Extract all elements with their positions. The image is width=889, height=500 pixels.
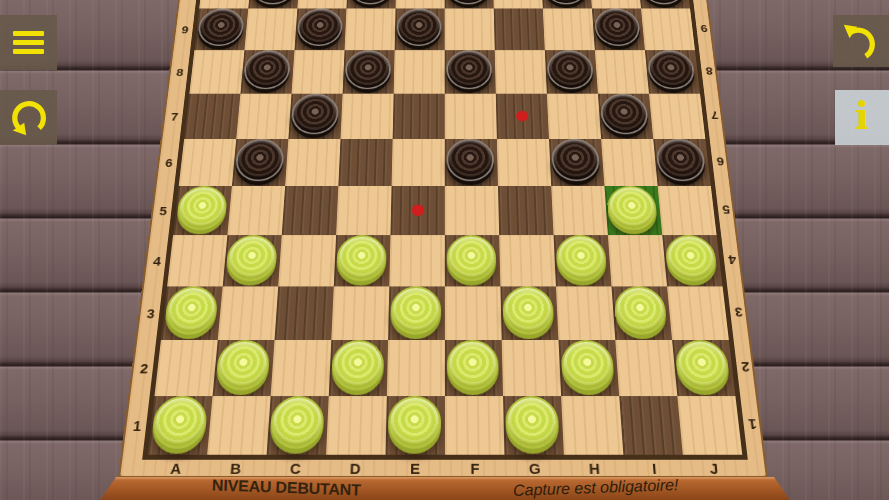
coordinate-label: D <box>325 458 385 478</box>
dark-piece-f10[interactable] <box>446 0 490 4</box>
dark-piece-c9[interactable] <box>296 8 343 45</box>
square-i9[interactable] <box>592 8 645 50</box>
square-g3[interactable] <box>500 286 558 340</box>
square-h8[interactable] <box>545 50 598 93</box>
yellow-piece-g1[interactable] <box>505 396 560 449</box>
dark-piece-a9[interactable] <box>197 8 245 45</box>
square-f2[interactable] <box>445 340 503 396</box>
square-c5[interactable] <box>282 186 339 235</box>
square-a9[interactable] <box>194 8 248 50</box>
square-d7[interactable] <box>340 94 393 139</box>
yellow-piece-h4[interactable] <box>555 235 607 281</box>
square-g2[interactable] <box>502 340 561 396</box>
menu-button[interactable] <box>0 15 57 70</box>
yellow-piece-a1[interactable] <box>150 396 208 449</box>
square-a7[interactable] <box>184 94 240 139</box>
square-d4[interactable] <box>334 235 391 286</box>
square-j8[interactable] <box>645 50 700 93</box>
square-g5[interactable] <box>498 186 554 235</box>
square-e8[interactable] <box>394 50 445 93</box>
square-i7[interactable] <box>598 94 653 139</box>
square-c6[interactable] <box>285 139 340 186</box>
square-f8[interactable] <box>445 50 496 93</box>
dark-piece-f8[interactable] <box>446 50 492 89</box>
dark-piece-c7[interactable] <box>290 94 339 135</box>
dark-piece-d8[interactable] <box>344 50 391 89</box>
square-b5[interactable] <box>227 186 285 235</box>
square-h5[interactable] <box>551 186 608 235</box>
square-i10[interactable] <box>589 0 641 8</box>
yellow-piece-e3[interactable] <box>390 286 441 334</box>
info-icon: i <box>855 97 869 135</box>
dark-piece-j8[interactable] <box>647 50 697 89</box>
board-scene: ABCDEFGHIJ ABCDEFGHIJ 10987654321 109876… <box>118 0 768 478</box>
square-d3[interactable] <box>331 286 389 340</box>
square-f10[interactable] <box>445 0 494 8</box>
dark-piece-d10[interactable] <box>348 0 393 4</box>
yellow-piece-d4[interactable] <box>336 235 387 281</box>
square-i1[interactable] <box>619 396 683 455</box>
coordinate-label: I <box>624 458 685 478</box>
square-h10[interactable] <box>541 0 592 8</box>
square-e10[interactable] <box>396 0 445 8</box>
square-c8[interactable] <box>291 50 344 93</box>
square-j9[interactable] <box>641 8 695 50</box>
square-h4[interactable] <box>554 235 612 286</box>
square-b7[interactable] <box>236 94 291 139</box>
square-j6[interactable] <box>653 139 711 186</box>
square-j10[interactable] <box>637 0 690 8</box>
square-e6[interactable] <box>392 139 445 186</box>
square-h9[interactable] <box>543 8 595 50</box>
square-c2[interactable] <box>271 340 332 396</box>
coordinate-label: J <box>683 458 745 478</box>
square-f4[interactable] <box>445 235 501 286</box>
square-i3[interactable] <box>611 286 672 340</box>
yellow-piece-j2[interactable] <box>674 340 731 390</box>
square-b6[interactable] <box>232 139 288 186</box>
square-i8[interactable] <box>595 50 649 93</box>
square-b10[interactable] <box>248 0 300 8</box>
yellow-piece-i3[interactable] <box>613 286 667 334</box>
square-g7[interactable] <box>496 94 549 139</box>
square-g8[interactable] <box>495 50 547 93</box>
square-i2[interactable] <box>615 340 677 396</box>
square-a5[interactable] <box>173 186 232 235</box>
square-b1[interactable] <box>207 396 271 455</box>
square-b9[interactable] <box>244 8 297 50</box>
dark-piece-h6[interactable] <box>551 139 601 181</box>
square-f5[interactable] <box>445 186 499 235</box>
square-f3[interactable] <box>445 286 502 340</box>
yellow-piece-d2[interactable] <box>331 340 384 390</box>
yellow-piece-a5[interactable] <box>175 186 228 230</box>
square-j4[interactable] <box>662 235 722 286</box>
dark-piece-e9[interactable] <box>396 8 441 45</box>
square-h6[interactable] <box>549 139 604 186</box>
dark-piece-i7[interactable] <box>600 94 650 135</box>
coordinate-label: E <box>385 458 445 478</box>
square-b8[interactable] <box>240 50 294 93</box>
restart-icon <box>8 97 50 139</box>
info-button[interactable]: i <box>835 90 889 145</box>
capture-warning-label: Capture est obligatoire! <box>512 476 678 500</box>
square-i4[interactable] <box>608 235 667 286</box>
square-d8[interactable] <box>343 50 395 93</box>
square-i5[interactable] <box>604 186 662 235</box>
square-d10[interactable] <box>346 0 396 8</box>
square-e5[interactable] <box>390 186 444 235</box>
square-h3[interactable] <box>556 286 615 340</box>
yellow-piece-f2[interactable] <box>447 340 499 390</box>
square-d1[interactable] <box>326 396 387 455</box>
yellow-piece-i5[interactable] <box>606 186 658 230</box>
square-h1[interactable] <box>561 396 623 455</box>
square-g6[interactable] <box>497 139 551 186</box>
square-b4[interactable] <box>223 235 282 286</box>
yellow-piece-g3[interactable] <box>502 286 554 334</box>
square-j2[interactable] <box>672 340 735 396</box>
square-f7[interactable] <box>445 94 497 139</box>
yellow-piece-a3[interactable] <box>163 286 219 334</box>
square-c10[interactable] <box>297 0 348 8</box>
coordinate-label: F <box>445 458 505 478</box>
move-hint-dot-g7[interactable] <box>516 111 528 122</box>
square-a10[interactable] <box>199 0 252 8</box>
move-hint-dot-e5[interactable] <box>412 205 425 216</box>
square-a4[interactable] <box>167 235 227 286</box>
square-d2[interactable] <box>329 340 388 396</box>
hamburger-menu-icon <box>13 31 44 54</box>
square-d5[interactable] <box>336 186 391 235</box>
coordinate-label: A <box>145 458 207 478</box>
dark-piece-b8[interactable] <box>243 50 292 89</box>
square-e4[interactable] <box>389 235 445 286</box>
undo-arrow-icon <box>840 20 882 62</box>
restart-button[interactable] <box>0 90 57 145</box>
square-a6[interactable] <box>179 139 237 186</box>
square-f1[interactable] <box>445 396 505 455</box>
square-j3[interactable] <box>667 286 729 340</box>
yellow-piece-f4[interactable] <box>447 235 497 281</box>
square-b3[interactable] <box>218 286 278 340</box>
square-h7[interactable] <box>547 94 601 139</box>
square-c3[interactable] <box>275 286 334 340</box>
square-j1[interactable] <box>677 396 742 455</box>
coordinate-label: C <box>265 458 326 478</box>
dark-piece-h10[interactable] <box>543 0 589 4</box>
square-b2[interactable] <box>213 340 275 396</box>
square-d9[interactable] <box>345 8 396 50</box>
dark-piece-i9[interactable] <box>594 8 642 45</box>
square-g1[interactable] <box>503 396 564 455</box>
board-front-panel: NIVEAU DEBUTANT Capture est obligatoire! <box>100 477 790 500</box>
yellow-piece-c1[interactable] <box>269 396 325 449</box>
dark-piece-h8[interactable] <box>546 50 594 89</box>
board-grid <box>142 0 748 460</box>
square-c4[interactable] <box>278 235 336 286</box>
square-d6[interactable] <box>338 139 392 186</box>
dark-piece-b6[interactable] <box>234 139 285 181</box>
square-j5[interactable] <box>658 186 717 235</box>
square-g9[interactable] <box>494 8 545 50</box>
dark-piece-j6[interactable] <box>655 139 707 181</box>
yellow-piece-h2[interactable] <box>560 340 615 390</box>
square-a1[interactable] <box>148 396 213 455</box>
dark-piece-b10[interactable] <box>250 0 297 4</box>
square-f9[interactable] <box>445 8 495 50</box>
undo-button[interactable] <box>833 15 889 67</box>
square-e7[interactable] <box>393 94 445 139</box>
square-e3[interactable] <box>388 286 445 340</box>
square-f6[interactable] <box>445 139 498 186</box>
square-a2[interactable] <box>154 340 217 396</box>
square-e1[interactable] <box>386 396 445 455</box>
square-h2[interactable] <box>558 340 619 396</box>
square-e2[interactable] <box>387 340 445 396</box>
coordinate-label: H <box>564 458 625 478</box>
file-labels-bottom: ABCDEFGHIJ <box>145 458 745 478</box>
coordinate-label: B <box>205 458 266 478</box>
square-g10[interactable] <box>493 0 543 8</box>
level-label: NIVEAU DEBUTANT <box>212 476 361 499</box>
yellow-piece-e1[interactable] <box>388 396 441 449</box>
square-g4[interactable] <box>499 235 556 286</box>
checkers-board: ABCDEFGHIJ ABCDEFGHIJ 10987654321 109876… <box>118 0 768 478</box>
yellow-piece-b2[interactable] <box>215 340 271 390</box>
square-c9[interactable] <box>294 8 346 50</box>
dark-piece-f6[interactable] <box>446 139 494 181</box>
square-c1[interactable] <box>267 396 329 455</box>
yellow-piece-b4[interactable] <box>225 235 278 281</box>
yellow-piece-j4[interactable] <box>664 235 718 281</box>
square-a3[interactable] <box>161 286 223 340</box>
square-e9[interactable] <box>395 8 445 50</box>
square-j7[interactable] <box>649 94 705 139</box>
dark-piece-j10[interactable] <box>639 0 687 4</box>
coordinate-label: G <box>505 458 565 478</box>
square-c7[interactable] <box>288 94 342 139</box>
square-a8[interactable] <box>189 50 244 93</box>
square-i6[interactable] <box>601 139 658 186</box>
